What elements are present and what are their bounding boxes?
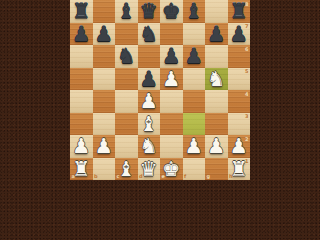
square-e7[interactable] (160, 23, 183, 46)
square-g1[interactable]: g (205, 158, 228, 181)
square-b3[interactable] (93, 113, 116, 136)
square-d1[interactable]: d♛ (138, 158, 161, 181)
file-label-e: e (162, 174, 165, 179)
rank-label-8: 8 (245, 2, 248, 7)
page-background: { "game": "chess", "position": { "fen": … (0, 0, 320, 180)
piece-black-pawn: ♟ (185, 45, 203, 68)
square-f5[interactable] (183, 68, 206, 91)
square-g5[interactable]: ♞ (205, 68, 228, 91)
square-d3[interactable]: ♝ (138, 113, 161, 136)
piece-white-queen: ♛ (140, 158, 158, 181)
piece-black-knight: ♞ (117, 45, 135, 68)
square-e2[interactable] (160, 135, 183, 158)
piece-white-pawn: ♟ (230, 135, 248, 158)
piece-black-rook: ♜ (230, 0, 248, 23)
piece-black-pawn: ♟ (140, 68, 158, 91)
square-f8[interactable]: ♝ (183, 0, 206, 23)
square-g6[interactable] (205, 45, 228, 68)
square-b8[interactable] (93, 0, 116, 23)
rank-label-3: 3 (245, 114, 248, 119)
square-h6[interactable]: 6 (228, 45, 251, 68)
square-d7[interactable]: ♞ (138, 23, 161, 46)
square-e5[interactable]: ♟ (160, 68, 183, 91)
square-e4[interactable] (160, 90, 183, 113)
piece-white-pawn: ♟ (162, 68, 180, 91)
square-h8[interactable]: 8♜ (228, 0, 251, 23)
square-b1[interactable]: b (93, 158, 116, 181)
square-e6[interactable]: ♟ (160, 45, 183, 68)
piece-white-knight: ♞ (140, 135, 158, 158)
square-a2[interactable]: ♟ (70, 135, 93, 158)
square-c8[interactable]: ♝ (115, 0, 138, 23)
square-f7[interactable] (183, 23, 206, 46)
square-a1[interactable]: a♜ (70, 158, 93, 181)
square-f2[interactable]: ♟ (183, 135, 206, 158)
rank-label-4: 4 (245, 92, 248, 97)
square-d5[interactable]: ♟ (138, 68, 161, 91)
piece-white-knight: ♞ (207, 68, 225, 91)
rank-label-1: 1 (245, 159, 248, 164)
piece-black-pawn: ♟ (230, 23, 248, 46)
rank-label-7: 7 (245, 24, 248, 29)
square-g8[interactable] (205, 0, 228, 23)
square-d6[interactable] (138, 45, 161, 68)
square-c5[interactable] (115, 68, 138, 91)
file-label-a: a (72, 174, 75, 179)
square-b5[interactable] (93, 68, 116, 91)
square-f1[interactable]: f (183, 158, 206, 181)
file-label-b: b (94, 174, 98, 179)
square-g4[interactable] (205, 90, 228, 113)
piece-black-rook: ♜ (72, 0, 90, 23)
piece-white-pawn: ♟ (140, 90, 158, 113)
piece-white-king: ♚ (162, 158, 180, 181)
square-d8[interactable]: ♛ (138, 0, 161, 23)
square-e3[interactable] (160, 113, 183, 136)
square-g7[interactable]: ♟ (205, 23, 228, 46)
square-a8[interactable]: ♜ (70, 0, 93, 23)
square-h1[interactable]: 1h♜ (228, 158, 251, 181)
piece-black-pawn: ♟ (72, 23, 90, 46)
square-h7[interactable]: 7♟ (228, 23, 251, 46)
square-e8[interactable]: ♚ (160, 0, 183, 23)
piece-white-pawn: ♟ (72, 135, 90, 158)
piece-white-bishop: ♝ (117, 158, 135, 181)
square-g3[interactable] (205, 113, 228, 136)
piece-black-pawn: ♟ (162, 45, 180, 68)
piece-white-rook: ♜ (230, 158, 248, 181)
square-b6[interactable] (93, 45, 116, 68)
square-h4[interactable]: 4 (228, 90, 251, 113)
piece-black-pawn: ♟ (207, 23, 225, 46)
square-h3[interactable]: 3 (228, 113, 251, 136)
square-e1[interactable]: e♚ (160, 158, 183, 181)
square-b2[interactable]: ♟ (93, 135, 116, 158)
piece-black-knight: ♞ (140, 23, 158, 46)
chess-board[interactable]: ♜♝♛♚♝8♜♟♟♞♟7♟♞♟♟6♟♟♞5♟4♝3♟♟♞♟♟2♟a♜bc♝d♛e… (70, 0, 250, 180)
rank-label-6: 6 (245, 47, 248, 52)
square-h5[interactable]: 5 (228, 68, 251, 91)
piece-white-pawn: ♟ (95, 135, 113, 158)
square-a6[interactable] (70, 45, 93, 68)
rank-label-2: 2 (245, 137, 248, 142)
piece-black-king: ♚ (162, 0, 180, 23)
square-c2[interactable] (115, 135, 138, 158)
file-label-c: c (117, 174, 120, 179)
square-g2[interactable]: ♟ (205, 135, 228, 158)
file-label-h: h (229, 174, 233, 179)
piece-black-bishop: ♝ (185, 0, 203, 23)
square-c7[interactable] (115, 23, 138, 46)
piece-black-bishop: ♝ (117, 0, 135, 23)
square-b4[interactable] (93, 90, 116, 113)
file-label-d: d (139, 174, 143, 179)
piece-white-rook: ♜ (72, 158, 90, 181)
square-a5[interactable] (70, 68, 93, 91)
square-f6[interactable]: ♟ (183, 45, 206, 68)
piece-white-bishop: ♝ (140, 113, 158, 136)
square-d4[interactable]: ♟ (138, 90, 161, 113)
square-a7[interactable]: ♟ (70, 23, 93, 46)
square-c6[interactable]: ♞ (115, 45, 138, 68)
piece-white-pawn: ♟ (185, 135, 203, 158)
piece-black-pawn: ♟ (95, 23, 113, 46)
square-a3[interactable] (70, 113, 93, 136)
file-label-f: f (184, 174, 186, 179)
file-label-g: g (207, 174, 211, 179)
piece-black-queen: ♛ (140, 0, 158, 23)
square-h2[interactable]: 2♟ (228, 135, 251, 158)
square-f3[interactable] (183, 113, 206, 136)
square-d2[interactable]: ♞ (138, 135, 161, 158)
square-c3[interactable] (115, 113, 138, 136)
square-c1[interactable]: c♝ (115, 158, 138, 181)
rank-label-5: 5 (245, 69, 248, 74)
square-c4[interactable] (115, 90, 138, 113)
square-a4[interactable] (70, 90, 93, 113)
piece-white-pawn: ♟ (207, 135, 225, 158)
square-f4[interactable] (183, 90, 206, 113)
square-b7[interactable]: ♟ (93, 23, 116, 46)
